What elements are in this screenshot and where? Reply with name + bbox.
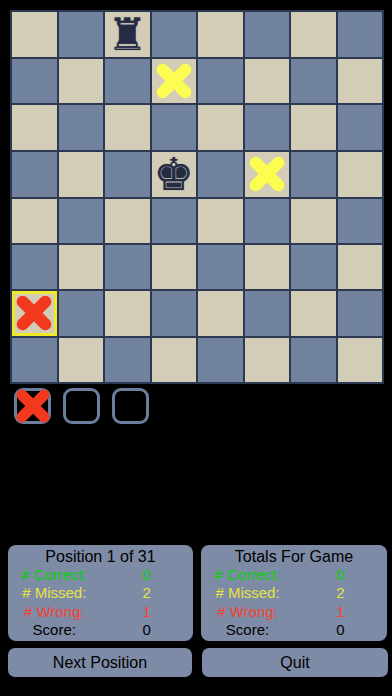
board: ♜♚: [10, 10, 384, 384]
correct-value: 0: [294, 566, 387, 583]
square-b5[interactable]: [58, 151, 105, 198]
square-g8[interactable]: [290, 11, 337, 58]
wrong-x-icon: [12, 291, 57, 335]
missed-value: 2: [101, 584, 194, 601]
next-position-button[interactable]: Next Position: [8, 648, 192, 677]
square-a8[interactable]: [11, 11, 58, 58]
wrong-label: # Wrong:: [8, 603, 101, 620]
missed-label: # Missed:: [201, 584, 294, 601]
missed-label: # Missed:: [8, 584, 101, 601]
square-b1[interactable]: [58, 337, 105, 383]
square-c1[interactable]: [104, 337, 151, 383]
wrong-x-icon: [17, 391, 48, 421]
square-f8[interactable]: [244, 11, 291, 58]
missed-x-icon: [245, 152, 290, 197]
position-stats-panel: Position 1 of 31 # Correct: 0 # Missed: …: [8, 545, 193, 641]
square-c3[interactable]: [104, 244, 151, 290]
square-h7[interactable]: [337, 58, 384, 104]
correct-label: # Correct:: [201, 566, 294, 583]
square-e8[interactable]: [197, 11, 244, 58]
tray-slot-2: [63, 388, 100, 424]
square-e1[interactable]: [197, 337, 244, 383]
square-f4[interactable]: [244, 198, 291, 244]
wrong-value: 1: [294, 603, 387, 620]
score-label: Score:: [8, 621, 101, 638]
square-f3[interactable]: [244, 244, 291, 290]
totals-panel-title: Totals For Game: [201, 548, 387, 565]
position-score-row: Score: 0: [8, 621, 193, 638]
black-king: ♚: [154, 152, 194, 197]
square-a6[interactable]: [11, 104, 58, 150]
quit-button[interactable]: Quit: [202, 648, 388, 677]
position-wrong-row: # Wrong: 1: [8, 603, 193, 620]
square-h1[interactable]: [337, 337, 384, 383]
square-e5[interactable]: [197, 151, 244, 198]
square-d2[interactable]: [151, 290, 198, 336]
square-d1[interactable]: [151, 337, 198, 383]
square-c7[interactable]: [104, 58, 151, 104]
square-e3[interactable]: [197, 244, 244, 290]
missed-value: 2: [294, 584, 387, 601]
square-a2[interactable]: [11, 290, 58, 336]
square-a5[interactable]: [11, 151, 58, 198]
square-a7[interactable]: [11, 58, 58, 104]
app-screen: ♜♚ Position 1 of 31 # Correct: 0 # Misse…: [0, 0, 392, 696]
totals-correct-row: # Correct: 0: [201, 566, 387, 583]
square-c8[interactable]: ♜: [104, 11, 151, 58]
square-f1[interactable]: [244, 337, 291, 383]
square-h2[interactable]: [337, 290, 384, 336]
square-g2[interactable]: [290, 290, 337, 336]
square-e7[interactable]: [197, 58, 244, 104]
position-missed-row: # Missed: 2: [8, 584, 193, 601]
score-value: 0: [101, 621, 194, 638]
square-e6[interactable]: [197, 104, 244, 150]
square-f6[interactable]: [244, 104, 291, 150]
square-c6[interactable]: [104, 104, 151, 150]
square-g5[interactable]: [290, 151, 337, 198]
square-g4[interactable]: [290, 198, 337, 244]
square-e2[interactable]: [197, 290, 244, 336]
square-b3[interactable]: [58, 244, 105, 290]
square-a4[interactable]: [11, 198, 58, 244]
square-d3[interactable]: [151, 244, 198, 290]
tray-slot-3: [112, 388, 149, 424]
totals-missed-row: # Missed: 2: [201, 584, 387, 601]
missed-x-icon: [152, 59, 197, 103]
totals-stats-panel: Totals For Game # Correct: 0 # Missed: 2…: [201, 545, 387, 641]
score-label: Score:: [201, 621, 294, 638]
score-value: 0: [294, 621, 387, 638]
square-f7[interactable]: [244, 58, 291, 104]
square-h8[interactable]: [337, 11, 384, 58]
square-d5[interactable]: ♚: [151, 151, 198, 198]
square-b8[interactable]: [58, 11, 105, 58]
square-c5[interactable]: [104, 151, 151, 198]
square-g7[interactable]: [290, 58, 337, 104]
correct-label: # Correct:: [8, 566, 101, 583]
black-rook: ♜: [107, 12, 147, 57]
totals-score-row: Score: 0: [201, 621, 387, 638]
wrong-value: 1: [101, 603, 194, 620]
square-h3[interactable]: [337, 244, 384, 290]
square-f5[interactable]: [244, 151, 291, 198]
square-d4[interactable]: [151, 198, 198, 244]
square-h5[interactable]: [337, 151, 384, 198]
tray-slot-1: [14, 388, 51, 424]
square-b7[interactable]: [58, 58, 105, 104]
square-c2[interactable]: [104, 290, 151, 336]
totals-wrong-row: # Wrong: 1: [201, 603, 387, 620]
square-d6[interactable]: [151, 104, 198, 150]
square-c4[interactable]: [104, 198, 151, 244]
square-g6[interactable]: [290, 104, 337, 150]
square-g1[interactable]: [290, 337, 337, 383]
position-correct-row: # Correct: 0: [8, 566, 193, 583]
square-b6[interactable]: [58, 104, 105, 150]
answer-tray: [14, 388, 149, 424]
correct-value: 0: [101, 566, 194, 583]
square-a1[interactable]: [11, 337, 58, 383]
square-e4[interactable]: [197, 198, 244, 244]
square-g3[interactable]: [290, 244, 337, 290]
square-d7[interactable]: [151, 58, 198, 104]
square-d8[interactable]: [151, 11, 198, 58]
square-f2[interactable]: [244, 290, 291, 336]
square-h4[interactable]: [337, 198, 384, 244]
square-h6[interactable]: [337, 104, 384, 150]
square-a3[interactable]: [11, 244, 58, 290]
square-b4[interactable]: [58, 198, 105, 244]
square-b2[interactable]: [58, 290, 105, 336]
wrong-label: # Wrong:: [201, 603, 294, 620]
position-panel-title: Position 1 of 31: [8, 548, 193, 565]
